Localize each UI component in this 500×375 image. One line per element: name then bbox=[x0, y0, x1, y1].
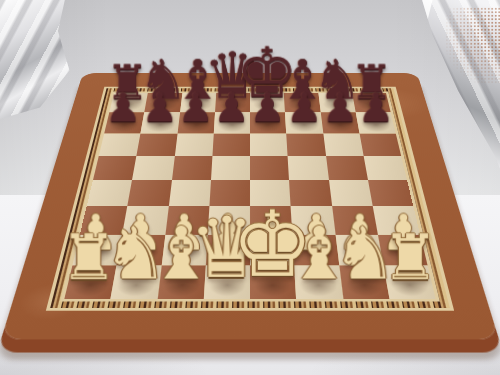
square-a6[interactable] bbox=[99, 133, 141, 155]
board-perspective-wrap: ♜♞♝♛♚♝♞♜♟♟♟♟♟♟♟♟♟♟♟♟♟♟♟♟♜♞♝♛♚♝♞♜ bbox=[1, 73, 499, 339]
square-h1[interactable]: ♜ bbox=[383, 265, 436, 299]
chess-board: ♜♞♝♛♚♝♞♜♟♟♟♟♟♟♟♟♟♟♟♟♟♟♟♟♜♞♝♛♚♝♞♜ bbox=[1, 73, 499, 339]
square-b4[interactable] bbox=[128, 180, 172, 206]
square-g4[interactable] bbox=[329, 180, 373, 206]
white-rook[interactable]: ♜ bbox=[360, 227, 461, 290]
square-c6[interactable] bbox=[174, 133, 213, 155]
photo-scene: ♜♞♝♛♚♝♞♜♟♟♟♟♟♟♟♟♟♟♟♟♟♟♟♟♜♞♝♛♚♝♞♜ bbox=[0, 0, 500, 375]
square-h4[interactable] bbox=[368, 180, 414, 206]
board-inlay-ribbon: ♜♞♝♛♚♝♞♜♟♟♟♟♟♟♟♟♟♟♟♟♟♟♟♟♜♞♝♛♚♝♞♜ bbox=[50, 88, 450, 308]
square-f6[interactable] bbox=[286, 133, 325, 155]
black-pawn[interactable]: ♟ bbox=[337, 87, 416, 127]
square-g6[interactable] bbox=[323, 133, 364, 155]
square-e5[interactable] bbox=[250, 156, 289, 180]
square-d6[interactable] bbox=[212, 133, 250, 155]
square-a5[interactable] bbox=[93, 156, 137, 180]
board-maple-line-outer: ♜♞♝♛♚♝♞♜♟♟♟♟♟♟♟♟♟♟♟♟♟♟♟♟♜♞♝♛♚♝♞♜ bbox=[46, 87, 454, 311]
board-maple-line-inner: ♜♞♝♛♚♝♞♜♟♟♟♟♟♟♟♟♟♟♟♟♟♟♟♟♜♞♝♛♚♝♞♜ bbox=[60, 91, 440, 301]
square-c5[interactable] bbox=[172, 156, 213, 180]
square-h5[interactable] bbox=[363, 156, 407, 180]
square-a4[interactable] bbox=[87, 180, 133, 206]
brown-speckle-pattern bbox=[445, 7, 500, 85]
square-f5[interactable] bbox=[288, 156, 329, 180]
square-e6[interactable] bbox=[250, 133, 288, 155]
square-d5[interactable] bbox=[211, 156, 250, 180]
square-b6[interactable] bbox=[137, 133, 178, 155]
square-h6[interactable] bbox=[359, 133, 401, 155]
square-b5[interactable] bbox=[132, 156, 174, 180]
board-grid: ♜♞♝♛♚♝♞♜♟♟♟♟♟♟♟♟♟♟♟♟♟♟♟♟♜♞♝♛♚♝♞♜ bbox=[64, 93, 435, 299]
square-h7[interactable]: ♟ bbox=[356, 112, 396, 133]
square-g5[interactable] bbox=[326, 156, 368, 180]
